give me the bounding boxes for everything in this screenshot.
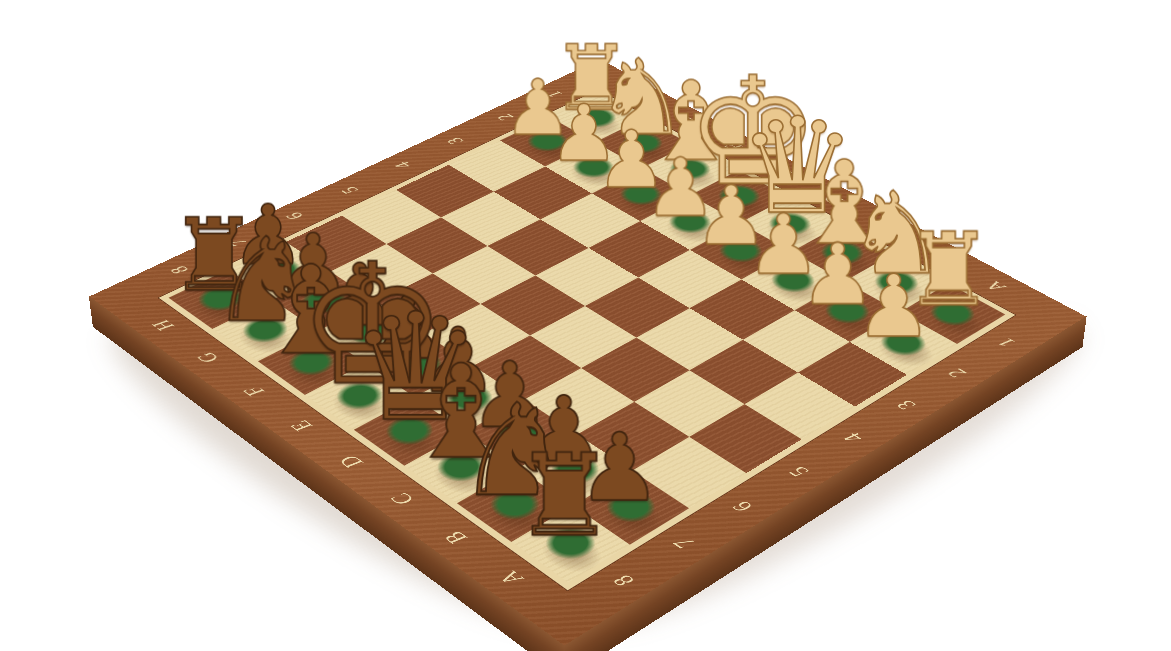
chess-board: ♜♞♝♚♛♝♞♜♟♟♟♟♟♟♟♟♟♟♟♟♟♟♟♟♜♞♝♚♛♝♞♜ HGFEDCB… bbox=[89, 59, 1087, 646]
photo-stage: ♜♞♝♚♛♝♞♜♟♟♟♟♟♟♟♟♟♟♟♟♟♟♟♟♜♞♝♚♛♝♞♜ HGFEDCB… bbox=[0, 0, 1171, 651]
board-grid: ♜♞♝♚♛♝♞♜♟♟♟♟♟♟♟♟♟♟♟♟♟♟♟♟♜♞♝♚♛♝♞♜ bbox=[169, 94, 1006, 582]
